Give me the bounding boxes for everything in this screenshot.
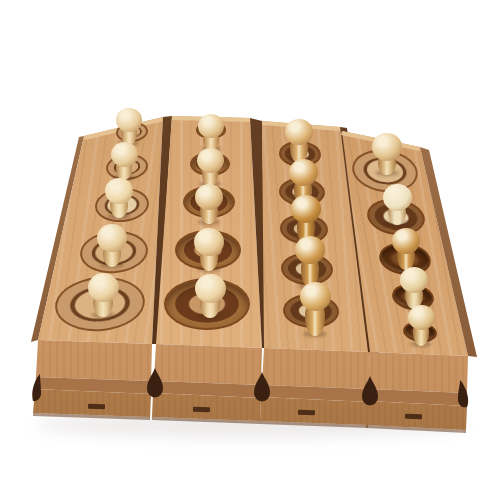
product-photo-montessori-cylinder-blocks xyxy=(0,0,500,500)
block-2-base-slot xyxy=(193,407,210,412)
finger-notch-left-edge xyxy=(31,374,41,402)
finger-notch-3-4 xyxy=(362,376,378,406)
finger-notch-right-edge xyxy=(458,380,470,408)
block-4-base-slot xyxy=(405,414,422,420)
finger-notch-2-3 xyxy=(254,372,270,402)
block-1-base-slot xyxy=(88,404,105,409)
block-3-base-slot xyxy=(298,410,315,416)
finger-notch-1-2 xyxy=(147,368,163,398)
